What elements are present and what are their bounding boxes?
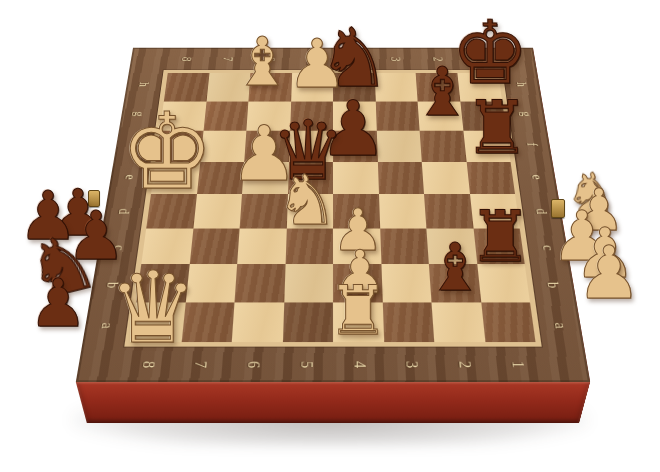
captured-dark-pawn[interactable]: ♟ bbox=[28, 271, 87, 337]
white-queen-a8[interactable]: ♛ bbox=[109, 258, 198, 357]
dark-bishop-b2[interactable]: ♝ bbox=[425, 235, 484, 301]
white-rook-a4[interactable]: ♜ bbox=[328, 277, 389, 345]
white-knight-d5[interactable]: ♞ bbox=[276, 166, 338, 235]
dark-rook-f1[interactable]: ♜ bbox=[464, 91, 529, 164]
dark-bishop-g2[interactable]: ♝ bbox=[412, 59, 472, 126]
pieces-layer: ♚♛♜♝♞♟♟♟♟♚♛♜♜♝♝♞♟♟♟♟♞♟♞♟♟♟♟ bbox=[0, 0, 660, 472]
white-bishop-h6[interactable]: ♝ bbox=[232, 29, 292, 96]
photo-stage: 87654321 87654321 hgfedcba hgfedcba ♚♛♜♝… bbox=[0, 0, 660, 472]
captured-white-pawn[interactable]: ♟ bbox=[576, 236, 641, 309]
white-king-e8[interactable]: ♚ bbox=[120, 100, 214, 205]
